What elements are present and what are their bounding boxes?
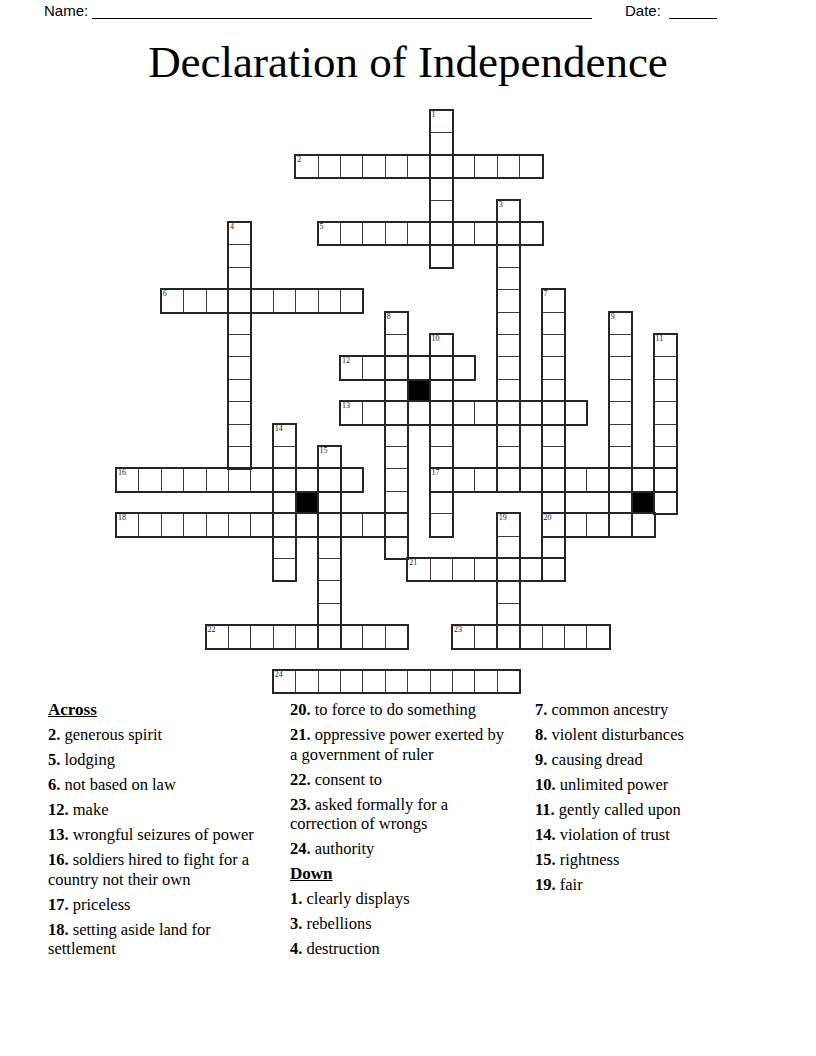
grid-cell[interactable] [609,491,632,514]
clue-item-12: 12. make [48,800,260,820]
clue-item-2: 2. generous spirit [48,725,260,745]
grid-cell[interactable] [340,222,363,245]
grid-cell[interactable] [654,379,677,402]
grid-cell[interactable] [654,446,677,469]
grid-cell[interactable] [228,468,251,491]
across-header: Across [48,700,260,720]
grid-cell[interactable] [430,491,453,514]
grid-cell[interactable] [340,513,363,536]
black-cell [407,379,430,402]
grid-cell[interactable] [609,379,632,402]
grid-cell[interactable] [542,424,565,447]
grid-cell[interactable] [250,625,273,648]
grid-cell[interactable] [430,222,453,245]
grid-cell[interactable] [273,558,296,581]
grid-cell[interactable] [542,491,565,514]
grid-cell[interactable] [206,289,229,312]
grid-cell[interactable] [474,155,497,178]
clue-item-1: 1. clearly displays [290,889,508,909]
grid-cell[interactable] [474,670,497,693]
grid-cell[interactable] [497,603,520,626]
grid-cell[interactable] [183,513,206,536]
grid-cell[interactable] [609,468,632,491]
grid-cell[interactable] [497,334,520,357]
grid-cell[interactable] [430,424,453,447]
cell-number: 5 [318,222,324,231]
grid-cell[interactable] [318,603,341,626]
clue-item-10: 10. unlimited power [535,775,717,795]
clue-item-13: 13. wrongful seizures of power [48,825,260,845]
grid-cell[interactable] [452,558,475,581]
grid-cell[interactable] [385,379,408,402]
grid-cell[interactable] [430,356,453,379]
grid-cell[interactable] [497,312,520,335]
clue-number: 19. [535,875,556,894]
clue-number: 23. [290,795,311,814]
grid-cell[interactable] [519,155,542,178]
grid-cell[interactable] [430,244,453,267]
grid-cell[interactable] [385,222,408,245]
grid-cell[interactable] [250,468,273,491]
grid-cell[interactable] [228,289,251,312]
clues-column-right: 7. common ancestry8. violent disturbance… [535,700,717,900]
grid-cell[interactable] [452,356,475,379]
grid-cell[interactable] [183,289,206,312]
grid-cell[interactable] [452,401,475,424]
clue-item-7: 7. common ancestry [535,700,717,720]
grid-cell[interactable] [542,625,565,648]
grid-cell[interactable] [385,155,408,178]
cell-number: 21 [407,558,417,567]
cell-number: 20 [542,513,552,522]
grid-cell[interactable] [161,468,184,491]
grid-cell[interactable] [206,468,229,491]
grid-cell[interactable] [318,625,341,648]
grid-cell[interactable] [631,513,654,536]
grid-cell[interactable] [542,558,565,581]
grid-cell[interactable] [452,155,475,178]
cell-number: 7 [542,289,548,298]
name-line[interactable] [92,17,592,19]
grid-cell[interactable] [228,334,251,357]
clue-item-15: 15. rightness [535,850,717,870]
grid-cell[interactable] [318,491,341,514]
cell-number: 3 [497,200,503,209]
grid-cell[interactable] [631,468,654,491]
grid-cell[interactable] [430,155,453,178]
grid-cell[interactable] [228,625,251,648]
grid-cell[interactable] [362,670,385,693]
grid-cell[interactable] [519,401,542,424]
grid-cell[interactable] [497,580,520,603]
clue-number: 2. [48,725,60,744]
grid-cell[interactable] [542,468,565,491]
grid-cell[interactable] [318,513,341,536]
grid-cell[interactable] [609,513,632,536]
grid-cell[interactable] [340,625,363,648]
grid-cell[interactable] [654,401,677,424]
grid-cell[interactable] [340,670,363,693]
grid-cell[interactable] [407,670,430,693]
grid-cell[interactable] [497,289,520,312]
grid-cell[interactable] [206,513,229,536]
clue-number: 14. [535,825,556,844]
cell-number: 8 [385,312,391,321]
grid-cell[interactable] [385,424,408,447]
grid-cell[interactable] [385,446,408,469]
cell-number: 12 [340,356,350,365]
clue-number: 3. [290,914,302,933]
grid-cell[interactable] [452,222,475,245]
grid-cell[interactable] [273,289,296,312]
clue-item-11: 11. gently called upon [535,800,717,820]
grid-cell[interactable] [385,468,408,491]
clue-number: 9. [535,750,547,769]
grid-cell[interactable] [362,222,385,245]
grid-cell[interactable] [340,289,363,312]
grid-cell[interactable] [497,468,520,491]
grid-cell[interactable] [430,401,453,424]
grid-cell[interactable] [497,424,520,447]
grid-cell[interactable] [474,468,497,491]
clue-number: 10. [535,775,556,794]
clues-column-left: Across2. generous spirit5. lodging6. not… [48,700,260,964]
grid-cell[interactable] [452,468,475,491]
grid-cell[interactable] [273,625,296,648]
clue-item-4: 4. destruction [290,939,508,959]
grid-cell[interactable] [250,289,273,312]
cell-number: 18 [116,513,126,522]
grid-cell[interactable] [519,222,542,245]
grid-cell[interactable] [542,312,565,335]
cell-number: 4 [228,222,234,231]
grid-cell[interactable] [273,491,296,514]
grid-cell[interactable] [564,401,587,424]
grid-cell[interactable] [497,244,520,267]
grid-cell[interactable] [430,670,453,693]
cell-number: 17 [430,468,440,477]
cell-number: 14 [273,424,283,433]
grid-cell[interactable] [362,401,385,424]
grid-cell[interactable] [385,356,408,379]
grid-cell[interactable] [385,401,408,424]
grid-cell[interactable] [228,446,251,469]
grid-cell[interactable] [295,289,318,312]
grid-cell[interactable] [340,468,363,491]
grid-cell[interactable] [586,625,609,648]
grid-cell[interactable] [542,446,565,469]
grid-cell[interactable] [497,446,520,469]
clue-item-3: 3. rebellions [290,914,508,934]
clue-number: 20. [290,700,311,719]
grid-cell[interactable] [407,356,430,379]
grid-cell[interactable] [452,670,475,693]
date-label: Date: [625,2,661,19]
clue-item-24: 24. authority [290,839,508,859]
clue-number: 18. [48,920,69,939]
cell-number: 1 [430,110,436,119]
grid-cell[interactable] [519,625,542,648]
grid-cell[interactable] [250,513,273,536]
clue-number: 22. [290,770,311,789]
cell-number: 16 [116,468,126,477]
grid-cell[interactable] [385,625,408,648]
grid-cell[interactable] [295,468,318,491]
grid-cell[interactable] [542,401,565,424]
grid-cell[interactable] [564,468,587,491]
grid-cell[interactable] [654,356,677,379]
clue-number: 5. [48,750,60,769]
page-title: Declaration of Independence [0,36,816,88]
grid-cell[interactable] [318,670,341,693]
grid-cell[interactable] [407,401,430,424]
grid-cell[interactable] [430,177,453,200]
clue-number: 6. [48,775,60,794]
clue-number: 1. [290,889,302,908]
grid-cell[interactable] [609,446,632,469]
grid-cell[interactable] [497,401,520,424]
grid-cell[interactable] [609,334,632,357]
grid-cell[interactable] [362,625,385,648]
grid-cell[interactable] [497,267,520,290]
grid-cell[interactable] [430,379,453,402]
clue-number: 12. [48,800,69,819]
clue-number: 7. [535,700,547,719]
clue-item-18: 18. setting aside land for settlement [48,920,260,959]
cell-number: 19 [497,513,507,522]
grid-cell[interactable] [318,468,341,491]
clue-number: 15. [535,850,556,869]
grid-cell[interactable] [609,424,632,447]
black-cell [631,491,654,514]
grid-cell[interactable] [564,513,587,536]
grid-cell[interactable] [497,222,520,245]
grid-cell[interactable] [228,513,251,536]
clue-item-9: 9. causing dread [535,750,717,770]
grid-cell[interactable] [586,513,609,536]
clue-number: 21. [290,725,311,744]
clue-item-21: 21. oppressive power exerted by a govern… [290,725,508,764]
grid-cell[interactable] [564,625,587,648]
grid-cell[interactable] [362,356,385,379]
clue-number: 24. [290,839,311,858]
grid-cell[interactable] [362,513,385,536]
grid-cell[interactable] [497,155,520,178]
grid-cell[interactable] [542,334,565,357]
cell-number: 24 [273,670,283,679]
cell-number: 23 [452,625,462,634]
cell-number: 22 [206,625,216,634]
clue-item-6: 6. not based on law [48,775,260,795]
grid-cell[interactable] [519,558,542,581]
grid-cell[interactable] [273,513,296,536]
grid-cell[interactable] [497,356,520,379]
grid-cell[interactable] [228,244,251,267]
grid-cell[interactable] [385,536,408,559]
clue-number: 13. [48,825,69,844]
grid-cell[interactable] [474,222,497,245]
clue-item-5: 5. lodging [48,750,260,770]
grid-cell[interactable] [497,558,520,581]
black-cell [295,491,318,514]
grid-cell[interactable] [138,468,161,491]
cell-number: 13 [340,401,350,410]
grid-cell[interactable] [228,401,251,424]
cell-number: 10 [430,334,440,343]
grid-cell[interactable] [273,468,296,491]
grid-cell[interactable] [318,558,341,581]
grid-cell[interactable] [519,468,542,491]
grid-cell[interactable] [385,491,408,514]
grid-cell[interactable] [362,155,385,178]
grid-cell[interactable] [474,558,497,581]
cell-number: 9 [609,312,615,321]
grid-cell[interactable] [183,468,206,491]
down-header: Down [290,864,508,884]
cell-number: 11 [654,334,664,343]
grid-cell[interactable] [228,267,251,290]
clue-item-17: 17. priceless [48,895,260,915]
grid-cell[interactable] [497,625,520,648]
grid-cell[interactable] [295,513,318,536]
clue-item-8: 8. violent disturbances [535,725,717,745]
cell-number: 2 [295,155,301,164]
name-label: Name: [44,2,88,19]
clue-number: 17. [48,895,69,914]
clue-item-23: 23. asked formally for a correction of w… [290,795,508,834]
grid-cell[interactable] [654,424,677,447]
clue-item-16: 16. soldiers hired to fight for a countr… [48,850,260,889]
grid-cell[interactable] [497,536,520,559]
grid-cell[interactable] [318,155,341,178]
clue-number: 11. [535,800,555,819]
grid-cell[interactable] [430,132,453,155]
grid-cell[interactable] [430,558,453,581]
grid-cell[interactable] [430,446,453,469]
grid-cell[interactable] [609,401,632,424]
clue-item-14: 14. violation of trust [535,825,717,845]
grid-cell[interactable] [295,625,318,648]
grid-cell[interactable] [654,468,677,491]
clue-number: 16. [48,850,69,869]
grid-cell[interactable] [497,379,520,402]
grid-cell[interactable] [318,536,341,559]
grid-cell[interactable] [430,200,453,223]
clue-number: 4. [290,939,302,958]
crossword-grid: 123456789101112131415161718192021222324 [116,110,676,692]
grid-cell[interactable] [385,334,408,357]
clue-number: 8. [535,725,547,744]
grid-cell[interactable] [228,424,251,447]
grid-cell[interactable] [609,356,632,379]
grid-cell[interactable] [385,513,408,536]
grid-cell[interactable] [228,312,251,335]
grid-cell[interactable] [542,379,565,402]
grid-cell[interactable] [474,401,497,424]
grid-cell[interactable] [318,580,341,603]
cell-number: 6 [161,289,167,298]
grid-cell[interactable] [542,356,565,379]
grid-cell[interactable] [228,356,251,379]
grid-cell[interactable] [497,670,520,693]
grid-cell[interactable] [542,536,565,559]
grid-cell[interactable] [273,446,296,469]
grid-cell[interactable] [474,625,497,648]
grid-cell[interactable] [407,155,430,178]
grid-cell[interactable] [161,513,184,536]
grid-cell[interactable] [295,670,318,693]
grid-cell[interactable] [228,379,251,402]
grid-cell[interactable] [340,155,363,178]
grid-cell[interactable] [430,513,453,536]
clue-item-19: 19. fair [535,875,717,895]
clue-item-22: 22. consent to [290,770,508,790]
grid-cell[interactable] [385,670,408,693]
grid-cell[interactable] [586,468,609,491]
grid-cell[interactable] [138,513,161,536]
worksheet-page: Name: Date: Declaration of Independence … [0,0,816,1056]
grid-cell[interactable] [407,222,430,245]
grid-cell[interactable] [654,491,677,514]
clue-item-20: 20. to force to do something [290,700,508,720]
grid-cell[interactable] [318,289,341,312]
date-line[interactable] [669,17,717,19]
cell-number: 15 [318,446,328,455]
grid-cell[interactable] [273,536,296,559]
clues-column-middle: 20. to force to do something21. oppressi… [290,700,508,964]
